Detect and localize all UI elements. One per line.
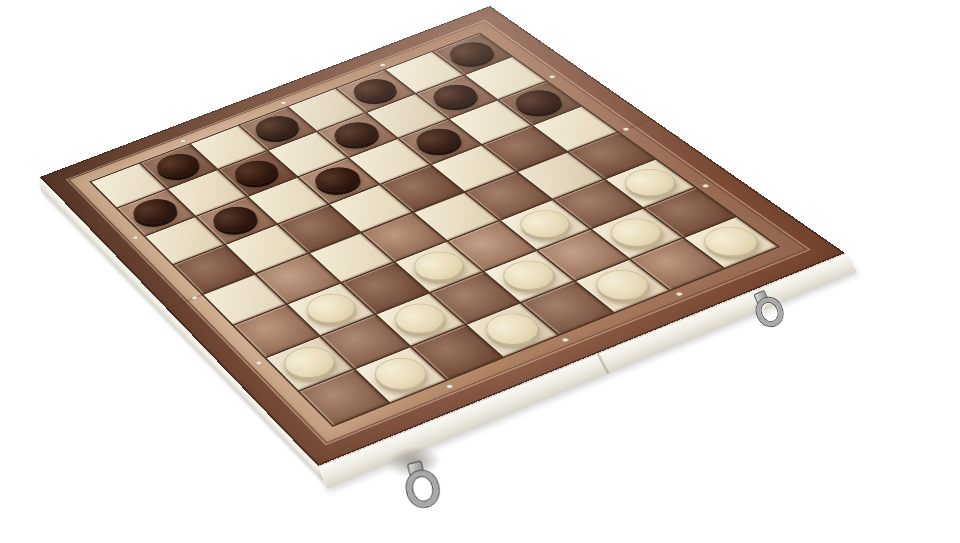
- checkers-board: [40, 6, 845, 466]
- board-grid: [89, 33, 780, 427]
- fold-seam-side: [597, 353, 610, 374]
- product-photo-scene: [0, 0, 960, 543]
- metal-clasp-front: [397, 458, 439, 507]
